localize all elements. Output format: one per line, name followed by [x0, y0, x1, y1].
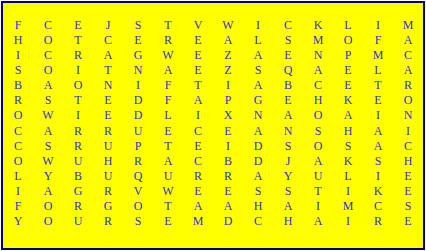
grid-cell-r8c11[interactable]: S	[303, 123, 333, 138]
grid-cell-r2c6[interactable]: R	[153, 32, 183, 47]
grid-cell-r7c8[interactable]: X	[213, 108, 243, 123]
grid-cell-r9c13[interactable]: A	[363, 138, 393, 153]
grid-cell-r3c5[interactable]: G	[123, 47, 153, 62]
grid-cell-r6c6[interactable]: F	[153, 93, 183, 108]
grid-cell-r7c11[interactable]: O	[303, 108, 333, 123]
word-search-board: FCEJSTVWICKLIMHOTCEREALSMOFAICRAGWEZAENP…	[1, 1, 425, 250]
grid-cell-r10c13[interactable]: S	[363, 153, 393, 168]
grid-cell-r12c3[interactable]: G	[63, 184, 93, 199]
grid-cell-r7c12[interactable]: A	[333, 108, 363, 123]
grid-cell-r5c3[interactable]: O	[63, 78, 93, 93]
grid-cell-r5c11[interactable]: C	[303, 78, 333, 93]
grid-cell-r3c7[interactable]: E	[183, 47, 213, 62]
grid-cell-r8c5[interactable]: U	[123, 123, 153, 138]
grid-cell-r11c4[interactable]: U	[93, 168, 123, 183]
grid-cell-r9c7[interactable]: E	[183, 138, 213, 153]
grid-cell-r14c3[interactable]: U	[63, 214, 93, 229]
grid-cell-r4c2[interactable]: O	[33, 62, 63, 77]
grid-cell-r5c7[interactable]: T	[183, 78, 213, 93]
grid-cell-r3c2[interactable]: C	[33, 47, 63, 62]
grid-cell-r7c6[interactable]: L	[153, 108, 183, 123]
grid-cell-r9c1[interactable]: C	[3, 138, 33, 153]
grid-cell-r7c2[interactable]: W	[33, 108, 63, 123]
grid-cell-r14c4[interactable]: R	[93, 214, 123, 229]
grid-cell-r5c1[interactable]: B	[3, 78, 33, 93]
grid-cell-r13c1[interactable]: F	[3, 199, 33, 214]
grid-cell-r3c8[interactable]: Z	[213, 47, 243, 62]
grid-cell-r11c9[interactable]: A	[243, 168, 273, 183]
grid-cell-r8c6[interactable]: E	[153, 123, 183, 138]
grid-cell-r9c3[interactable]: R	[63, 138, 93, 153]
grid-cell-r6c12[interactable]: K	[333, 93, 363, 108]
grid-cell-r6c7[interactable]: A	[183, 93, 213, 108]
grid-cell-r5c14[interactable]: R	[393, 78, 423, 93]
grid-cell-r9c12[interactable]: S	[333, 138, 363, 153]
grid-cell-r8c13[interactable]: A	[363, 123, 393, 138]
grid-cell-r13c4[interactable]: G	[93, 199, 123, 214]
grid-cell-r2c7[interactable]: E	[183, 32, 213, 47]
grid-cell-r3c12[interactable]: P	[333, 47, 363, 62]
grid-cell-r13c12[interactable]: M	[333, 199, 363, 214]
grid-cell-r10c3[interactable]: U	[63, 153, 93, 168]
grid-cell-r4c9[interactable]: S	[243, 62, 273, 77]
grid-cell-r10c1[interactable]: O	[3, 153, 33, 168]
grid-cell-r14c5[interactable]: S	[123, 214, 153, 229]
grid-cell-r11c2[interactable]: Y	[33, 168, 63, 183]
grid-cell-r10c10[interactable]: J	[273, 153, 303, 168]
grid-cell-r7c4[interactable]: E	[93, 108, 123, 123]
grid-cell-r5c9[interactable]: A	[243, 78, 273, 93]
grid-cell-r12c9[interactable]: S	[243, 184, 273, 199]
grid-cell-r14c13[interactable]: R	[363, 214, 393, 229]
grid-cell-r2c8[interactable]: A	[213, 32, 243, 47]
grid-cell-r14c14[interactable]: E	[393, 214, 423, 229]
grid-cell-r10c5[interactable]: R	[123, 153, 153, 168]
grid-cell-r13c8[interactable]: A	[213, 199, 243, 214]
grid-cell-r12c8[interactable]: E	[213, 184, 243, 199]
grid-cell-r14c7[interactable]: M	[183, 214, 213, 229]
grid-cell-r7c5[interactable]: D	[123, 108, 153, 123]
grid-cell-r5c12[interactable]: E	[333, 78, 363, 93]
grid-cell-r6c1[interactable]: R	[3, 93, 33, 108]
grid-cell-r8c8[interactable]: E	[213, 123, 243, 138]
grid-cell-r1c7[interactable]: V	[183, 17, 213, 32]
grid-cell-r1c8[interactable]: W	[213, 17, 243, 32]
grid-cell-r5c8[interactable]: I	[213, 78, 243, 93]
grid-cell-r9c5[interactable]: P	[123, 138, 153, 153]
grid-cell-r12c14[interactable]: E	[393, 184, 423, 199]
grid-cell-r6c9[interactable]: G	[243, 93, 273, 108]
grid-cell-r11c7[interactable]: R	[183, 168, 213, 183]
grid-cell-r11c14[interactable]: E	[393, 168, 423, 183]
grid-cell-r5c10[interactable]: B	[273, 78, 303, 93]
grid-cell-r14c6[interactable]: E	[153, 214, 183, 229]
grid-cell-r5c6[interactable]: F	[153, 78, 183, 93]
grid-cell-r4c11[interactable]: A	[303, 62, 333, 77]
grid-cell-r14c8[interactable]: D	[213, 214, 243, 229]
grid-cell-r2c4[interactable]: C	[93, 32, 123, 47]
grid-cell-r12c2[interactable]: A	[33, 184, 63, 199]
grid-cell-r4c14[interactable]: A	[393, 62, 423, 77]
grid-cell-r7c3[interactable]: I	[63, 108, 93, 123]
grid-cell-r12c4[interactable]: R	[93, 184, 123, 199]
grid-cell-r10c12[interactable]: K	[333, 153, 363, 168]
grid-cell-r1c12[interactable]: L	[333, 17, 363, 32]
grid-cell-r6c5[interactable]: D	[123, 93, 153, 108]
grid-cell-r6c8[interactable]: P	[213, 93, 243, 108]
grid-cell-r10c14[interactable]: H	[393, 153, 423, 168]
grid-cell-r1c14[interactable]: M	[393, 17, 423, 32]
grid-cell-r4c5[interactable]: N	[123, 62, 153, 77]
grid-cell-r10c2[interactable]: W	[33, 153, 63, 168]
grid-cell-r9c8[interactable]: I	[213, 138, 243, 153]
grid-cell-r3c14[interactable]: C	[393, 47, 423, 62]
grid-cell-r6c14[interactable]: O	[393, 93, 423, 108]
grid-cell-r3c9[interactable]: A	[243, 47, 273, 62]
grid-cell-r12c6[interactable]: W	[153, 184, 183, 199]
grid-cell-r4c3[interactable]: I	[63, 62, 93, 77]
grid-cell-r12c5[interactable]: V	[123, 184, 153, 199]
grid-cell-r6c2[interactable]: S	[33, 93, 63, 108]
grid-cell-r13c11[interactable]: I	[303, 199, 333, 214]
grid-cell-r3c13[interactable]: M	[363, 47, 393, 62]
grid-cell-r10c4[interactable]: H	[93, 153, 123, 168]
grid-cell-r7c1[interactable]: O	[3, 108, 33, 123]
grid-cell-r2c12[interactable]: O	[333, 32, 363, 47]
grid-cell-r12c10[interactable]: S	[273, 184, 303, 199]
grid-cell-r14c1[interactable]: Y	[3, 214, 33, 229]
grid-cell-r3c1[interactable]: I	[3, 47, 33, 62]
grid-cell-r9c11[interactable]: O	[303, 138, 333, 153]
grid-cell-r1c9[interactable]: I	[243, 17, 273, 32]
grid-cell-r12c11[interactable]: T	[303, 184, 333, 199]
grid-cell-r13c9[interactable]: H	[243, 199, 273, 214]
grid-cell-r2c5[interactable]: E	[123, 32, 153, 47]
grid-cell-r2c10[interactable]: S	[273, 32, 303, 47]
grid-cell-r1c2[interactable]: C	[33, 17, 63, 32]
grid-cell-r12c7[interactable]: E	[183, 184, 213, 199]
grid-cell-r8c7[interactable]: C	[183, 123, 213, 138]
grid-cell-r1c4[interactable]: J	[93, 17, 123, 32]
grid-cell-r13c5[interactable]: O	[123, 199, 153, 214]
grid-cell-r4c13[interactable]: L	[363, 62, 393, 77]
grid-cell-r9c10[interactable]: S	[273, 138, 303, 153]
grid-cell-r4c4[interactable]: T	[93, 62, 123, 77]
grid-cell-r1c3[interactable]: E	[63, 17, 93, 32]
grid-cell-r13c2[interactable]: O	[33, 199, 63, 214]
grid-cell-r4c1[interactable]: S	[3, 62, 33, 77]
grid-cell-r9c4[interactable]: U	[93, 138, 123, 153]
grid-cell-r11c10[interactable]: Y	[273, 168, 303, 183]
grid-cell-r6c4[interactable]: E	[93, 93, 123, 108]
grid-cell-r9c14[interactable]: C	[393, 138, 423, 153]
grid-cell-r12c12[interactable]: I	[333, 184, 363, 199]
grid-cell-r12c13[interactable]: K	[363, 184, 393, 199]
grid-cell-r10c6[interactable]: A	[153, 153, 183, 168]
grid-cell-r2c1[interactable]: H	[3, 32, 33, 47]
grid-cell-r2c2[interactable]: O	[33, 32, 63, 47]
grid-cell-r4c6[interactable]: A	[153, 62, 183, 77]
grid-cell-r9c9[interactable]: D	[243, 138, 273, 153]
grid-cell-r3c10[interactable]: E	[273, 47, 303, 62]
grid-cell-r4c8[interactable]: Z	[213, 62, 243, 77]
grid-cell-r11c5[interactable]: Q	[123, 168, 153, 183]
grid-cell-r10c7[interactable]: C	[183, 153, 213, 168]
grid-cell-r1c10[interactable]: C	[273, 17, 303, 32]
grid-cell-r6c13[interactable]: E	[363, 93, 393, 108]
grid-cell-r11c8[interactable]: R	[213, 168, 243, 183]
grid-cell-r3c11[interactable]: N	[303, 47, 333, 62]
grid-cell-r13c6[interactable]: T	[153, 199, 183, 214]
grid-cell-r11c3[interactable]: B	[63, 168, 93, 183]
grid-cell-r14c2[interactable]: O	[33, 214, 63, 229]
grid-cell-r1c5[interactable]: S	[123, 17, 153, 32]
grid-cell-r5c2[interactable]: A	[33, 78, 63, 93]
grid-cell-r13c7[interactable]: A	[183, 199, 213, 214]
grid-cell-r8c10[interactable]: N	[273, 123, 303, 138]
grid-cell-r12c1[interactable]: I	[3, 184, 33, 199]
grid-cell-r10c9[interactable]: D	[243, 153, 273, 168]
grid-cell-r1c6[interactable]: T	[153, 17, 183, 32]
grid-cell-r11c13[interactable]: I	[363, 168, 393, 183]
grid-cell-r2c13[interactable]: F	[363, 32, 393, 47]
grid-cell-r8c1[interactable]: C	[3, 123, 33, 138]
grid-cell-r6c3[interactable]: T	[63, 93, 93, 108]
grid-cell-r11c1[interactable]: L	[3, 168, 33, 183]
grid-cell-r11c12[interactable]: L	[333, 168, 363, 183]
grid-cell-r11c6[interactable]: U	[153, 168, 183, 183]
grid-cell-r8c2[interactable]: A	[33, 123, 63, 138]
grid-cell-r14c12[interactable]: I	[333, 214, 363, 229]
grid-cell-r8c9[interactable]: A	[243, 123, 273, 138]
grid-cell-r7c9[interactable]: N	[243, 108, 273, 123]
grid-cell-r14c9[interactable]: C	[243, 214, 273, 229]
grid-cell-r2c14[interactable]: A	[393, 32, 423, 47]
grid-cell-r5c4[interactable]: N	[93, 78, 123, 93]
grid-cell-r5c13[interactable]: T	[363, 78, 393, 93]
grid-cell-r6c10[interactable]: E	[273, 93, 303, 108]
grid-cell-r5c5[interactable]: I	[123, 78, 153, 93]
grid-cell-r10c8[interactable]: B	[213, 153, 243, 168]
grid-cell-r4c12[interactable]: E	[333, 62, 363, 77]
grid-cell-r11c11[interactable]: U	[303, 168, 333, 183]
grid-cell-r13c10[interactable]: A	[273, 199, 303, 214]
grid-cell-r13c3[interactable]: R	[63, 199, 93, 214]
grid-cell-r2c3[interactable]: T	[63, 32, 93, 47]
grid-cell-r7c10[interactable]: A	[273, 108, 303, 123]
grid-cell-r3c4[interactable]: A	[93, 47, 123, 62]
letter-grid: FCEJSTVWICKLIMHOTCEREALSMOFAICRAGWEZAENP…	[3, 17, 423, 229]
grid-cell-r13c14[interactable]: S	[393, 199, 423, 214]
grid-cell-r7c7[interactable]: I	[183, 108, 213, 123]
grid-cell-r7c14[interactable]: N	[393, 108, 423, 123]
grid-cell-r3c3[interactable]: R	[63, 47, 93, 62]
grid-cell-r8c14[interactable]: I	[393, 123, 423, 138]
grid-cell-r1c13[interactable]: I	[363, 17, 393, 32]
grid-cell-r8c12[interactable]: H	[333, 123, 363, 138]
grid-cell-r13c13[interactable]: C	[363, 199, 393, 214]
grid-cell-r4c7[interactable]: E	[183, 62, 213, 77]
grid-cell-r8c4[interactable]: R	[93, 123, 123, 138]
grid-cell-r14c10[interactable]: H	[273, 214, 303, 229]
grid-cell-r8c3[interactable]: R	[63, 123, 93, 138]
grid-cell-r9c2[interactable]: S	[33, 138, 63, 153]
grid-cell-r9c6[interactable]: T	[153, 138, 183, 153]
grid-cell-r10c11[interactable]: A	[303, 153, 333, 168]
grid-cell-r4c10[interactable]: Q	[273, 62, 303, 77]
grid-cell-r3c6[interactable]: W	[153, 47, 183, 62]
grid-cell-r7c13[interactable]: I	[363, 108, 393, 123]
grid-cell-r1c1[interactable]: F	[3, 17, 33, 32]
grid-cell-r2c9[interactable]: L	[243, 32, 273, 47]
grid-cell-r1c11[interactable]: K	[303, 17, 333, 32]
grid-cell-r6c11[interactable]: H	[303, 93, 333, 108]
grid-cell-r14c11[interactable]: A	[303, 214, 333, 229]
grid-cell-r2c11[interactable]: M	[303, 32, 333, 47]
